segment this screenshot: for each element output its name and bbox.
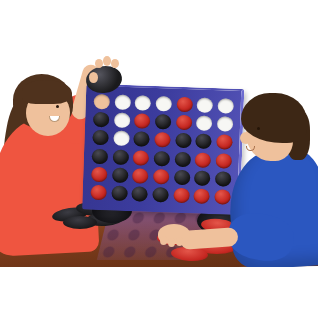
cell-r5c1 [89, 165, 110, 184]
red-disc [154, 132, 171, 148]
cell-r5c5 [171, 168, 192, 187]
cell-r1c3 [133, 93, 154, 112]
empty-hole [113, 131, 130, 147]
girl-thumb [89, 72, 98, 83]
cell-r4c5 [172, 150, 193, 169]
red-disc [214, 189, 231, 205]
cell-r4c6 [192, 150, 213, 169]
cell-r3c7 [214, 133, 235, 152]
black-disc-on-table [63, 216, 97, 229]
connect-four-board [82, 84, 244, 215]
cell-r3c3 [131, 130, 152, 149]
cell-r3c5 [172, 131, 193, 150]
girl-eye [56, 105, 59, 108]
cell-r6c4 [150, 186, 171, 205]
empty-hole-arm [94, 94, 111, 110]
red-disc [133, 150, 150, 166]
cell-r2c5 [173, 113, 194, 132]
cell-r6c5 [171, 186, 192, 205]
cell-r6c3 [129, 185, 150, 204]
red-disc [176, 96, 193, 112]
girl-finger [95, 59, 103, 68]
black-disc [174, 151, 191, 167]
cell-r3c1 [90, 128, 111, 147]
cell-r1c2 [112, 93, 133, 112]
black-disc [112, 168, 129, 184]
cell-r5c3 [130, 167, 151, 186]
black-disc [174, 170, 191, 186]
black-disc [155, 114, 172, 130]
black-disc [152, 187, 169, 203]
red-disc [195, 152, 212, 168]
cell-r1c1 [92, 92, 113, 111]
red-disc [153, 169, 170, 185]
cell-r6c1 [88, 183, 109, 202]
girl-bangs [22, 80, 72, 104]
cell-r4c7 [213, 151, 234, 170]
photo-scene [0, 0, 318, 318]
red-disc [216, 134, 233, 150]
black-disc [215, 171, 232, 187]
black-disc [93, 112, 110, 128]
empty-hole [217, 98, 234, 114]
empty-hole [114, 94, 131, 110]
red-disc [134, 113, 151, 129]
boy-finger [168, 238, 175, 247]
black-disc [175, 133, 192, 149]
cell-r4c2 [110, 147, 131, 166]
cell-r2c7 [214, 114, 235, 133]
cell-r1c5 [174, 95, 195, 114]
cell-r5c7 [212, 169, 233, 188]
red-disc [215, 153, 232, 169]
red-disc [132, 168, 149, 184]
cell-r4c1 [90, 147, 111, 166]
empty-hole [135, 95, 152, 111]
cell-r1c4 [153, 94, 174, 113]
cell-r6c2 [109, 184, 130, 203]
cell-r5c4 [151, 167, 172, 186]
red-disc [173, 188, 190, 204]
empty-hole [156, 96, 173, 112]
black-disc [112, 149, 129, 165]
red-disc [91, 167, 108, 183]
cell-r6c6 [191, 187, 212, 206]
cell-r3c4 [152, 131, 173, 150]
cell-r4c3 [131, 148, 152, 167]
girl-finger [111, 59, 119, 68]
photo-margin [0, 267, 318, 318]
cell-r2c6 [194, 114, 215, 133]
cell-r1c7 [215, 96, 236, 115]
empty-hole [196, 115, 213, 131]
red-disc [193, 189, 210, 205]
empty-hole [114, 113, 131, 129]
boy-finger [176, 237, 183, 246]
cell-r1c6 [194, 95, 215, 114]
cell-r3c2 [111, 129, 132, 148]
black-disc [132, 187, 149, 203]
black-disc [93, 130, 110, 146]
boy-finger [160, 236, 167, 245]
empty-hole [197, 97, 214, 113]
cell-r4c4 [151, 149, 172, 168]
empty-hole [217, 116, 234, 132]
red-disc [175, 115, 192, 131]
black-disc [92, 148, 109, 164]
cell-r2c4 [153, 112, 174, 131]
cell-r2c2 [111, 111, 132, 130]
cell-r2c3 [132, 112, 153, 131]
red-disc [91, 185, 108, 201]
cell-r5c6 [192, 169, 213, 188]
cell-r3c6 [193, 132, 214, 151]
boy-eye [257, 127, 260, 130]
cell-r2c1 [91, 110, 112, 129]
black-disc [195, 134, 212, 150]
black-disc [154, 151, 171, 167]
black-disc [111, 186, 128, 202]
black-disc [134, 132, 151, 148]
cell-r5c2 [109, 166, 130, 185]
black-disc [194, 170, 211, 186]
girl-finger [103, 56, 111, 66]
